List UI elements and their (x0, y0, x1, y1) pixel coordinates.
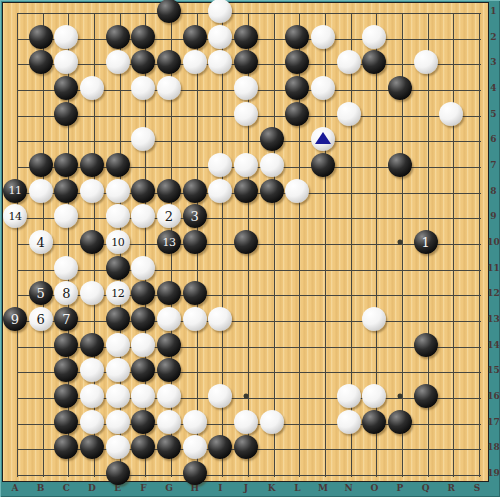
column-label-Q: Q (416, 483, 436, 493)
stone-I2[interactable] (208, 25, 232, 49)
stone-F6[interactable] (131, 127, 155, 151)
stone-K7[interactable] (260, 153, 284, 177)
stone-G18[interactable] (157, 435, 181, 459)
stone-G3[interactable] (157, 50, 181, 74)
row-label-9: 9 (487, 211, 500, 222)
stone-A8[interactable]: 11 (3, 179, 27, 203)
stone-N3[interactable] (337, 50, 361, 74)
stone-M2[interactable] (311, 25, 335, 49)
stone-E8[interactable] (106, 179, 130, 203)
stone-F16[interactable] (131, 384, 155, 408)
row-label-2: 2 (487, 31, 500, 42)
stone-E15[interactable] (106, 358, 130, 382)
stone-H10[interactable] (183, 230, 207, 254)
stone-Q3[interactable] (414, 50, 438, 74)
stone-E7[interactable] (106, 153, 130, 177)
stone-K6[interactable] (260, 127, 284, 151)
stone-O3[interactable] (362, 50, 386, 74)
row-label-17: 17 (487, 416, 500, 427)
stone-G12[interactable] (157, 281, 181, 305)
stone-G4[interactable] (157, 76, 181, 100)
row-label-3: 3 (487, 57, 500, 68)
stone-J8[interactable] (234, 179, 258, 203)
column-label-S: S (467, 483, 487, 493)
stone-I1[interactable] (208, 0, 232, 23)
stone-B8[interactable] (29, 179, 53, 203)
row-label-14: 14 (487, 339, 500, 350)
stone-O2[interactable] (362, 25, 386, 49)
stone-D15[interactable] (80, 358, 104, 382)
move-number-2: 2 (165, 210, 173, 223)
stone-D8[interactable] (80, 179, 104, 203)
stone-B10[interactable]: 4 (29, 230, 53, 254)
stone-H8[interactable] (183, 179, 207, 203)
stone-L2[interactable] (285, 25, 309, 49)
stone-G14[interactable] (157, 333, 181, 357)
stone-F12[interactable] (131, 281, 155, 305)
stone-J10[interactable] (234, 230, 258, 254)
stone-D7[interactable] (80, 153, 104, 177)
stone-M7[interactable] (311, 153, 335, 177)
stone-H12[interactable] (183, 281, 207, 305)
stone-G17[interactable] (157, 410, 181, 434)
stone-H9[interactable]: 3 (183, 204, 207, 228)
stone-D10[interactable] (80, 230, 104, 254)
stone-A9[interactable]: 14 (3, 204, 27, 228)
move-number-14: 14 (9, 211, 22, 222)
stone-C2[interactable] (54, 25, 78, 49)
stone-D17[interactable] (80, 410, 104, 434)
stone-J18[interactable] (234, 435, 258, 459)
stone-G13[interactable] (157, 307, 181, 331)
row-label-4: 4 (487, 83, 500, 94)
stone-C16[interactable] (54, 384, 78, 408)
stone-L8[interactable] (285, 179, 309, 203)
column-label-F: F (133, 483, 153, 493)
stone-E10[interactable]: 10 (106, 230, 130, 254)
stone-G15[interactable] (157, 358, 181, 382)
stone-I8[interactable] (208, 179, 232, 203)
stone-O16[interactable] (362, 384, 386, 408)
stone-C3[interactable] (54, 50, 78, 74)
column-label-N: N (339, 483, 359, 493)
stone-I13[interactable] (208, 307, 232, 331)
stone-G9[interactable]: 2 (157, 204, 181, 228)
star-point-P16 (398, 394, 403, 399)
stone-F2[interactable] (131, 25, 155, 49)
stone-C5[interactable] (54, 102, 78, 126)
stone-G10[interactable]: 13 (157, 230, 181, 254)
column-label-D: D (82, 483, 102, 493)
stone-E3[interactable] (106, 50, 130, 74)
stone-F4[interactable] (131, 76, 155, 100)
column-label-M: M (313, 483, 333, 493)
row-label-1: 1 (487, 6, 500, 17)
stone-F15[interactable] (131, 358, 155, 382)
stone-C4[interactable] (54, 76, 78, 100)
stone-C14[interactable] (54, 333, 78, 357)
stone-C12[interactable]: 8 (54, 281, 78, 305)
stone-F13[interactable] (131, 307, 155, 331)
stone-E13[interactable] (106, 307, 130, 331)
row-label-11: 11 (487, 262, 500, 273)
stone-J5[interactable] (234, 102, 258, 126)
row-label-18: 18 (487, 442, 500, 453)
move-number-5: 5 (37, 287, 45, 300)
stone-N16[interactable] (337, 384, 361, 408)
stone-J3[interactable] (234, 50, 258, 74)
stone-E2[interactable] (106, 25, 130, 49)
stone-E18[interactable] (106, 435, 130, 459)
move-number-6: 6 (37, 313, 45, 326)
row-label-13: 13 (487, 314, 500, 325)
stone-C13[interactable]: 7 (54, 307, 78, 331)
stone-C17[interactable] (54, 410, 78, 434)
stone-M6[interactable] (311, 127, 335, 151)
stone-B7[interactable] (29, 153, 53, 177)
row-label-10: 10 (487, 237, 500, 248)
column-label-J: J (236, 483, 256, 493)
move-number-7: 7 (62, 313, 70, 326)
row-label-12: 12 (487, 288, 500, 299)
stone-I7[interactable] (208, 153, 232, 177)
stone-R5[interactable] (439, 102, 463, 126)
column-label-P: P (390, 483, 410, 493)
move-number-13: 13 (163, 237, 176, 248)
stone-I16[interactable] (208, 384, 232, 408)
stone-C8[interactable] (54, 179, 78, 203)
stone-E16[interactable] (106, 384, 130, 408)
stone-C11[interactable] (54, 256, 78, 280)
column-label-L: L (287, 483, 307, 493)
column-label-C: C (56, 483, 76, 493)
stone-J7[interactable] (234, 153, 258, 177)
stone-D16[interactable] (80, 384, 104, 408)
stone-C7[interactable] (54, 153, 78, 177)
stone-M4[interactable] (311, 76, 335, 100)
stone-I18[interactable] (208, 435, 232, 459)
stone-B2[interactable] (29, 25, 53, 49)
stone-Q16[interactable] (414, 384, 438, 408)
row-label-6: 6 (487, 134, 500, 145)
stone-G1[interactable] (157, 0, 181, 23)
stone-E11[interactable] (106, 256, 130, 280)
stone-D18[interactable] (80, 435, 104, 459)
move-number-9: 9 (11, 313, 19, 326)
row-label-5: 5 (487, 108, 500, 119)
stone-L4[interactable] (285, 76, 309, 100)
stone-A13[interactable]: 9 (3, 307, 27, 331)
row-label-19: 19 (487, 468, 500, 479)
stone-J4[interactable] (234, 76, 258, 100)
stone-O13[interactable] (362, 307, 386, 331)
stone-B13[interactable]: 6 (29, 307, 53, 331)
stone-F3[interactable] (131, 50, 155, 74)
stone-B12[interactable]: 5 (29, 281, 53, 305)
stone-D12[interactable] (80, 281, 104, 305)
stone-C15[interactable] (54, 358, 78, 382)
stone-H13[interactable] (183, 307, 207, 331)
row-label-8: 8 (487, 185, 500, 196)
column-label-G: G (159, 483, 179, 493)
move-number-3: 3 (191, 210, 199, 223)
stone-P4[interactable] (388, 76, 412, 100)
stone-C18[interactable] (54, 435, 78, 459)
stone-Q10[interactable]: 1 (414, 230, 438, 254)
stone-I3[interactable] (208, 50, 232, 74)
stone-E9[interactable] (106, 204, 130, 228)
stone-J17[interactable] (234, 410, 258, 434)
stone-N17[interactable] (337, 410, 361, 434)
stone-F14[interactable] (131, 333, 155, 357)
column-label-I: I (210, 483, 230, 493)
stone-P17[interactable] (388, 410, 412, 434)
stone-G16[interactable] (157, 384, 181, 408)
go-board-frame: 1114234101315812967ABCDEFGHIJKLMNOPQRS12… (0, 0, 500, 497)
stone-C9[interactable] (54, 204, 78, 228)
stone-H3[interactable] (183, 50, 207, 74)
stone-E14[interactable] (106, 333, 130, 357)
stone-E17[interactable] (106, 410, 130, 434)
column-label-K: K (262, 483, 282, 493)
move-number-8: 8 (62, 287, 70, 300)
stone-E19[interactable] (106, 461, 130, 485)
move-number-11: 11 (9, 185, 22, 196)
stone-L3[interactable] (285, 50, 309, 74)
star-point-P10 (398, 240, 403, 245)
stone-H17[interactable] (183, 410, 207, 434)
stone-K8[interactable] (260, 179, 284, 203)
stone-Q14[interactable] (414, 333, 438, 357)
stone-H19[interactable] (183, 461, 207, 485)
move-number-12: 12 (111, 288, 124, 299)
move-number-4: 4 (37, 236, 45, 249)
row-label-7: 7 (487, 160, 500, 171)
stone-D14[interactable] (80, 333, 104, 357)
stone-J2[interactable] (234, 25, 258, 49)
column-label-B: B (31, 483, 51, 493)
stone-E12[interactable]: 12 (106, 281, 130, 305)
stone-F9[interactable] (131, 204, 155, 228)
row-label-15: 15 (487, 365, 500, 376)
stone-D4[interactable] (80, 76, 104, 100)
stone-H2[interactable] (183, 25, 207, 49)
stone-F18[interactable] (131, 435, 155, 459)
stone-H18[interactable] (183, 435, 207, 459)
stone-N5[interactable] (337, 102, 361, 126)
stone-F8[interactable] (131, 179, 155, 203)
triangle-marker-icon (315, 132, 331, 144)
stone-O17[interactable] (362, 410, 386, 434)
column-label-R: R (441, 483, 461, 493)
stone-B3[interactable] (29, 50, 53, 74)
move-number-10: 10 (111, 237, 124, 248)
stone-F17[interactable] (131, 410, 155, 434)
row-label-16: 16 (487, 391, 500, 402)
stone-P7[interactable] (388, 153, 412, 177)
column-label-O: O (364, 483, 384, 493)
column-label-A: A (5, 483, 25, 493)
stone-G8[interactable] (157, 179, 181, 203)
stone-F11[interactable] (131, 256, 155, 280)
stone-L5[interactable] (285, 102, 309, 126)
star-point-J16 (244, 394, 249, 399)
move-number-1: 1 (422, 236, 430, 249)
stone-K17[interactable] (260, 410, 284, 434)
